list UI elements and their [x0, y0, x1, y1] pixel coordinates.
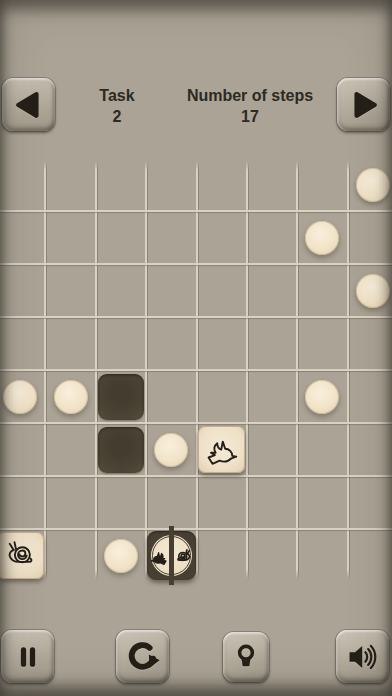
- restart-button[interactable]: [116, 630, 169, 683]
- dot-marker: [3, 380, 37, 414]
- game-screen: Task 2 Number of steps 17: [0, 0, 392, 696]
- dot-marker: [54, 380, 88, 414]
- next-task-button[interactable]: [337, 78, 390, 131]
- steps-counter: Number of steps 17: [170, 85, 330, 127]
- wall-block: [98, 374, 144, 420]
- grid-line-horizontal: [0, 316, 392, 318]
- goal-tile[interactable]: [147, 531, 196, 580]
- steps-label: Number of steps: [170, 85, 330, 106]
- task-counter: Task 2: [57, 85, 177, 127]
- restart-icon: [123, 637, 163, 677]
- board-cell-r4c1[interactable]: [45, 370, 95, 423]
- board-cell-r7c2[interactable]: [96, 529, 146, 582]
- previous-task-button[interactable]: [2, 78, 55, 131]
- wall-block: [98, 427, 144, 473]
- goal-bird-icon: [149, 546, 169, 566]
- speaker-icon: [344, 638, 382, 676]
- board-cell-r0c7[interactable]: [348, 158, 392, 211]
- board-cell-r5c2[interactable]: [96, 423, 146, 476]
- pause-icon: [10, 639, 46, 675]
- goal-snail-icon: [174, 546, 194, 566]
- board-cell-r5c3[interactable]: [146, 423, 196, 476]
- hint-button[interactable]: [223, 632, 269, 682]
- board-cell-r5c4[interactable]: [197, 423, 247, 476]
- bird-icon: [203, 429, 241, 471]
- puzzle-board[interactable]: [0, 158, 392, 582]
- steps-value: 17: [170, 106, 330, 127]
- board-cell-r2c7[interactable]: [348, 264, 392, 317]
- dot-marker: [305, 221, 339, 255]
- board-cell-r7c0[interactable]: [0, 529, 45, 582]
- dot-marker: [104, 539, 138, 573]
- task-value: 2: [57, 106, 177, 127]
- bird-tile[interactable]: [198, 426, 245, 473]
- arrow-right-icon: [344, 85, 384, 125]
- dot-marker: [305, 380, 339, 414]
- dot-marker: [154, 433, 188, 467]
- board-cell-r1c6[interactable]: [297, 211, 347, 264]
- board-cell-r4c0[interactable]: [0, 370, 45, 423]
- snail-icon: [1, 535, 39, 577]
- lightbulb-icon: [229, 639, 263, 675]
- board-cell-r7c3[interactable]: [146, 529, 196, 582]
- dot-marker: [356, 168, 390, 202]
- board-cell-r4c6[interactable]: [297, 370, 347, 423]
- arrow-left-icon: [9, 85, 49, 125]
- dot-marker: [356, 274, 390, 308]
- snail-tile[interactable]: [0, 532, 44, 579]
- sound-button[interactable]: [336, 630, 389, 683]
- goal-divider: [169, 526, 174, 585]
- pause-button[interactable]: [1, 630, 54, 683]
- task-label: Task: [57, 85, 177, 106]
- board-cell-r4c2[interactable]: [96, 370, 146, 423]
